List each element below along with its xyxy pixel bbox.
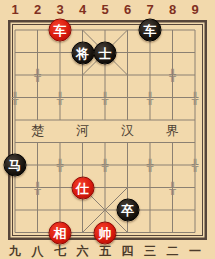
star-point-marker: ╬ xyxy=(192,92,199,103)
file-label-bottom-8: 二 xyxy=(167,243,179,259)
file-label-bottom-6: 四 xyxy=(122,243,134,259)
file-label-top-3: 3 xyxy=(56,2,63,17)
piece-black-general[interactable]: 将 xyxy=(71,41,94,64)
star-point-marker: ╬ xyxy=(102,160,109,171)
river-char-4: 界 xyxy=(166,122,179,140)
star-point-marker: ╬ xyxy=(169,182,176,193)
file-label-top-4: 4 xyxy=(79,2,86,17)
file-label-top-8: 8 xyxy=(169,2,176,17)
star-point-marker: ╬ xyxy=(102,92,109,103)
piece-black-advisor[interactable]: 士 xyxy=(94,41,117,64)
file-label-bottom-3: 七 xyxy=(54,243,66,259)
file-label-top-5: 5 xyxy=(101,2,108,17)
river-char-1: 楚 xyxy=(31,122,44,140)
file-label-bottom-1: 九 xyxy=(9,243,21,259)
file-label-top-9: 9 xyxy=(191,2,198,17)
piece-red-elephant[interactable]: 相 xyxy=(49,221,72,244)
file-label-top-1: 1 xyxy=(11,2,18,17)
file-label-bottom-7: 三 xyxy=(144,243,156,259)
star-point-marker: ╬ xyxy=(57,160,64,171)
star-point-marker: ╬ xyxy=(34,70,41,81)
piece-black-soldier[interactable]: 卒 xyxy=(116,199,139,222)
star-point-marker: ╬ xyxy=(57,92,64,103)
river-char-2: 河 xyxy=(76,122,89,140)
file-label-bottom-4: 六 xyxy=(77,243,89,259)
file-label-top-2: 2 xyxy=(34,2,41,17)
xiangqi-board-screen: ╬╬╬╬╬╬╬╬╬╬╬╬╬╬ 123456789 楚河汉界 九八七六五四三二一 … xyxy=(0,0,215,259)
file-label-bottom-2: 八 xyxy=(32,243,44,259)
star-point-marker: ╬ xyxy=(34,182,41,193)
file-label-bottom-5: 五 xyxy=(99,243,111,259)
star-point-marker: ╬ xyxy=(192,160,199,171)
piece-red-general[interactable]: 帅 xyxy=(94,221,117,244)
star-point-marker: ╬ xyxy=(12,92,19,103)
river-char-3: 汉 xyxy=(121,122,134,140)
file-label-top-6: 6 xyxy=(124,2,131,17)
piece-red-chariot[interactable]: 车 xyxy=(49,19,72,42)
piece-red-advisor[interactable]: 仕 xyxy=(71,176,94,199)
star-point-marker: ╬ xyxy=(147,92,154,103)
file-label-bottom-9: 一 xyxy=(189,243,201,259)
piece-black-horse[interactable]: 马 xyxy=(4,154,27,177)
star-point-marker: ╬ xyxy=(147,160,154,171)
file-label-top-7: 7 xyxy=(146,2,153,17)
piece-black-chariot[interactable]: 车 xyxy=(139,19,162,42)
star-point-marker: ╬ xyxy=(169,70,176,81)
